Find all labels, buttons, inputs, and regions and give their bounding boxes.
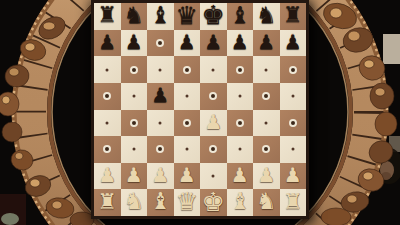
black-pawn-b7[interactable]: ♟ xyxy=(125,32,143,52)
black-king-e8[interactable]: ♚ xyxy=(202,2,225,28)
square-c8[interactable]: ♝ xyxy=(147,3,174,30)
square-c5[interactable]: ♟ xyxy=(147,83,174,110)
square-c4[interactable] xyxy=(147,110,174,137)
square-e4[interactable]: ♟ xyxy=(200,110,227,137)
square-g2[interactable]: ♟ xyxy=(253,163,280,190)
square-d8[interactable]: ♛ xyxy=(174,3,201,30)
square-g7[interactable]: ♟ xyxy=(253,30,280,57)
white-pawn-g2[interactable]: ♟ xyxy=(257,165,275,185)
square-h3[interactable] xyxy=(280,136,307,163)
square-f5[interactable] xyxy=(227,83,254,110)
square-c2[interactable]: ♟ xyxy=(147,163,174,190)
square-h5[interactable] xyxy=(280,83,307,110)
square-g6[interactable] xyxy=(253,56,280,83)
square-c1[interactable]: ♝ xyxy=(147,189,174,216)
square-d3[interactable] xyxy=(174,136,201,163)
square-f8[interactable]: ♝ xyxy=(227,3,254,30)
black-bishop-c8[interactable]: ♝ xyxy=(150,4,171,27)
square-g4[interactable] xyxy=(253,110,280,137)
square-c3[interactable] xyxy=(147,136,174,163)
square-h4[interactable] xyxy=(280,110,307,137)
white-pawn-a2[interactable]: ♟ xyxy=(98,165,116,185)
square-b7[interactable]: ♟ xyxy=(121,30,148,57)
square-g5[interactable] xyxy=(253,83,280,110)
square-b4[interactable] xyxy=(121,110,148,137)
black-pawn-c5[interactable]: ♟ xyxy=(151,85,169,105)
square-a1[interactable]: ♜ xyxy=(94,189,121,216)
square-f2[interactable]: ♟ xyxy=(227,163,254,190)
square-b6[interactable] xyxy=(121,56,148,83)
square-e6[interactable] xyxy=(200,56,227,83)
square-b3[interactable] xyxy=(121,136,148,163)
white-knight-b1[interactable]: ♞ xyxy=(123,190,144,213)
black-rook-a8[interactable]: ♜ xyxy=(97,4,117,26)
black-bishop-f8[interactable]: ♝ xyxy=(229,4,250,27)
black-pawn-f7[interactable]: ♟ xyxy=(231,32,249,52)
white-bishop-f1[interactable]: ♝ xyxy=(229,190,250,213)
square-c6[interactable] xyxy=(147,56,174,83)
square-a5[interactable] xyxy=(94,83,121,110)
square-a8[interactable]: ♜ xyxy=(94,3,121,30)
square-d1[interactable]: ♛ xyxy=(174,189,201,216)
white-queen-d1[interactable]: ♛ xyxy=(176,189,198,214)
background-object-bottom-left xyxy=(1,213,19,225)
white-bishop-c1[interactable]: ♝ xyxy=(150,190,171,213)
white-knight-g1[interactable]: ♞ xyxy=(256,190,277,213)
white-king-e1[interactable]: ♚ xyxy=(202,189,225,215)
square-d5[interactable] xyxy=(174,83,201,110)
square-e1[interactable]: ♚ xyxy=(200,189,227,216)
white-rook-h1[interactable]: ♜ xyxy=(283,191,303,213)
white-rook-a1[interactable]: ♜ xyxy=(97,191,117,213)
square-c7[interactable] xyxy=(147,30,174,57)
square-e7[interactable]: ♟ xyxy=(200,30,227,57)
white-pawn-d2[interactable]: ♟ xyxy=(178,165,196,185)
chessboard: ♜♞♝♛♚♝♞♜♟♟♟♟♟♟♟♟♟♟♟♟♟♟♟♟♜♞♝♛♚♝♞♜ xyxy=(91,0,309,219)
black-pawn-e7[interactable]: ♟ xyxy=(204,32,222,52)
square-f3[interactable] xyxy=(227,136,254,163)
board-grid: ♜♞♝♛♚♝♞♜♟♟♟♟♟♟♟♟♟♟♟♟♟♟♟♟♜♞♝♛♚♝♞♜ xyxy=(94,3,306,216)
black-pawn-d7[interactable]: ♟ xyxy=(178,32,196,52)
square-f1[interactable]: ♝ xyxy=(227,189,254,216)
square-a3[interactable] xyxy=(94,136,121,163)
square-g8[interactable]: ♞ xyxy=(253,3,280,30)
black-rook-h8[interactable]: ♜ xyxy=(283,4,303,26)
square-a4[interactable] xyxy=(94,110,121,137)
square-b2[interactable]: ♟ xyxy=(121,163,148,190)
black-pawn-a7[interactable]: ♟ xyxy=(98,32,116,52)
square-d6[interactable] xyxy=(174,56,201,83)
square-g1[interactable]: ♞ xyxy=(253,189,280,216)
square-h6[interactable] xyxy=(280,56,307,83)
square-b8[interactable]: ♞ xyxy=(121,3,148,30)
square-e2[interactable] xyxy=(200,163,227,190)
white-pawn-c2[interactable]: ♟ xyxy=(151,165,169,185)
black-knight-b8[interactable]: ♞ xyxy=(123,4,144,27)
black-pawn-g7[interactable]: ♟ xyxy=(257,32,275,52)
black-queen-d8[interactable]: ♛ xyxy=(176,3,198,28)
square-h7[interactable]: ♟ xyxy=(280,30,307,57)
square-a7[interactable]: ♟ xyxy=(94,30,121,57)
black-knight-g8[interactable]: ♞ xyxy=(256,4,277,27)
white-pawn-h2[interactable]: ♟ xyxy=(284,165,302,185)
square-f4[interactable] xyxy=(227,110,254,137)
square-h2[interactable]: ♟ xyxy=(280,163,307,190)
square-b5[interactable] xyxy=(121,83,148,110)
square-d7[interactable]: ♟ xyxy=(174,30,201,57)
white-pawn-e4[interactable]: ♟ xyxy=(204,112,222,132)
wall-patch-top-right xyxy=(383,34,400,64)
white-pawn-b2[interactable]: ♟ xyxy=(125,165,143,185)
square-e5[interactable] xyxy=(200,83,227,110)
square-f7[interactable]: ♟ xyxy=(227,30,254,57)
square-e8[interactable]: ♚ xyxy=(200,3,227,30)
square-e3[interactable] xyxy=(200,136,227,163)
photo-scene: ♜♞♝♛♚♝♞♜♟♟♟♟♟♟♟♟♟♟♟♟♟♟♟♟♜♞♝♛♚♝♞♜ xyxy=(0,0,400,225)
square-f6[interactable] xyxy=(227,56,254,83)
square-d4[interactable] xyxy=(174,110,201,137)
black-pawn-h7[interactable]: ♟ xyxy=(284,32,302,52)
square-g3[interactable] xyxy=(253,136,280,163)
square-h8[interactable]: ♜ xyxy=(280,3,307,30)
square-d2[interactable]: ♟ xyxy=(174,163,201,190)
square-a2[interactable]: ♟ xyxy=(94,163,121,190)
square-h1[interactable]: ♜ xyxy=(280,189,307,216)
white-pawn-f2[interactable]: ♟ xyxy=(231,165,249,185)
square-a6[interactable] xyxy=(94,56,121,83)
square-b1[interactable]: ♞ xyxy=(121,189,148,216)
